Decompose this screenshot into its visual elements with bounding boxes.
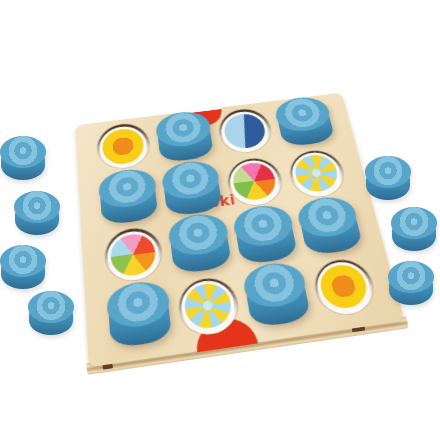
hole bbox=[96, 122, 151, 172]
offboard-cap-left-1[interactable] bbox=[0, 136, 46, 180]
blue-cap-piece[interactable] bbox=[240, 260, 312, 328]
blue-cap-piece[interactable] bbox=[272, 95, 336, 148]
photo-background: goki bbox=[0, 0, 440, 440]
blue-cap-piece[interactable] bbox=[154, 109, 215, 163]
offboard-cap-left-2[interactable] bbox=[14, 191, 60, 235]
cell-r1c3 bbox=[210, 103, 279, 159]
offboard-cap-right-1[interactable] bbox=[365, 156, 411, 200]
hole bbox=[216, 107, 274, 155]
cap-top bbox=[388, 261, 434, 293]
cap-top bbox=[14, 191, 60, 223]
board-grid bbox=[90, 96, 385, 354]
disc-target[interactable] bbox=[313, 259, 375, 315]
cap-top bbox=[391, 207, 437, 239]
cell-r4c4 bbox=[303, 252, 385, 323]
hole bbox=[103, 226, 163, 284]
disc-blue-halves[interactable] bbox=[219, 109, 272, 153]
disc-target[interactable] bbox=[98, 124, 148, 169]
cell-r3c4 bbox=[291, 195, 369, 260]
cell-r3c2 bbox=[163, 212, 237, 279]
blue-cap-piece[interactable] bbox=[166, 211, 233, 275]
disc-wheel-blue[interactable] bbox=[106, 228, 161, 281]
cell-r2c1 bbox=[94, 167, 163, 229]
cap-top bbox=[28, 291, 74, 323]
offboard-cap-left-3[interactable] bbox=[0, 245, 46, 289]
cell-r4c1 bbox=[101, 280, 177, 354]
cap-top bbox=[0, 245, 46, 277]
blue-cap-piece[interactable] bbox=[231, 203, 299, 266]
cap-top bbox=[0, 136, 46, 168]
offboard-cap-left-4[interactable] bbox=[28, 291, 74, 335]
blue-cap-piece[interactable] bbox=[97, 166, 159, 225]
hole bbox=[310, 256, 378, 317]
cell-r1c4 bbox=[269, 96, 340, 152]
memory-board: goki bbox=[75, 93, 404, 368]
cell-r4c2 bbox=[170, 270, 248, 343]
hole bbox=[224, 156, 285, 208]
disc-pinwheel[interactable] bbox=[179, 278, 238, 335]
offboard-cap-right-3[interactable] bbox=[388, 261, 434, 305]
blue-cap-piece[interactable] bbox=[294, 194, 364, 256]
blue-cap-piece[interactable] bbox=[105, 278, 173, 348]
offboard-cap-right-2[interactable] bbox=[391, 207, 437, 251]
disc-pinwheel[interactable] bbox=[289, 150, 345, 197]
disc-wheel-green[interactable] bbox=[227, 158, 282, 206]
blue-cap-piece[interactable] bbox=[160, 158, 224, 216]
cap-top bbox=[365, 156, 411, 188]
hole bbox=[176, 275, 241, 338]
hole bbox=[286, 148, 348, 200]
